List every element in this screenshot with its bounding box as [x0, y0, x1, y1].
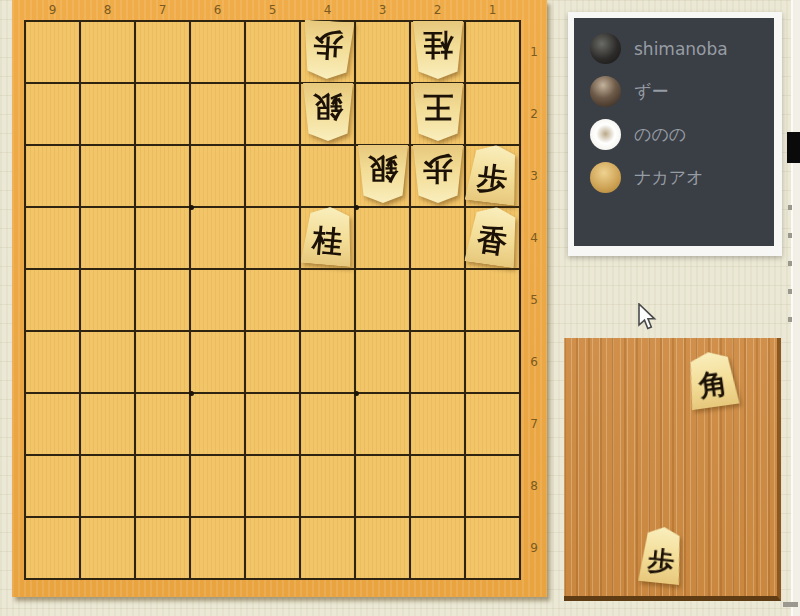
star-point [354, 391, 359, 396]
board-cell-9-1[interactable] [26, 22, 79, 82]
hand-piece-bishop[interactable]: 角 [684, 349, 739, 410]
piece-sente-pawn-13[interactable]: 歩 [468, 145, 518, 203]
user-avatar [590, 76, 621, 107]
user-name: ずー [634, 80, 668, 103]
board-cell-7-5[interactable] [136, 270, 189, 330]
board-cell-6-1[interactable] [191, 22, 244, 82]
file-label: 8 [81, 2, 134, 18]
user-row-nakaao[interactable]: ナカアオ [590, 162, 774, 193]
board-cell-8-7[interactable] [81, 394, 134, 454]
user-name: ナカアオ [634, 166, 704, 189]
board-cell-5-6[interactable] [246, 332, 299, 392]
board-cell-6-8[interactable] [191, 456, 244, 516]
board-cell-6-2[interactable] [191, 84, 244, 144]
board-cell-8-9[interactable] [81, 518, 134, 578]
file-label: 7 [136, 2, 189, 18]
piece-kanji: 歩 [423, 145, 453, 184]
board-cell-8-4[interactable] [81, 208, 134, 268]
board-cell-4-3[interactable] [301, 146, 354, 206]
right-edge-dashes [788, 205, 792, 335]
board-cell-2-7[interactable] [411, 394, 464, 454]
board-cell-7-7[interactable] [136, 394, 189, 454]
board-cell-1-1[interactable] [466, 22, 519, 82]
board-cell-4-6[interactable] [301, 332, 354, 392]
board-cell-9-4[interactable] [26, 208, 79, 268]
board-cell-6-6[interactable] [191, 332, 244, 392]
board-cell-8-8[interactable] [81, 456, 134, 516]
board-cell-9-3[interactable] [26, 146, 79, 206]
board-cell-3-2[interactable] [356, 84, 409, 144]
piece-gote-knight-21[interactable]: 桂 [413, 21, 463, 79]
rank-label: 3 [523, 146, 545, 206]
piece-gote-king-22[interactable]: 王 [413, 83, 463, 141]
board-cell-3-4[interactable] [356, 208, 409, 268]
rank-label: 7 [523, 394, 545, 454]
board-cell-3-1[interactable] [356, 22, 409, 82]
piece-sente-lance-14[interactable]: 香 [468, 207, 518, 265]
file-label: 2 [411, 2, 464, 18]
board-cell-4-7[interactable] [301, 394, 354, 454]
board-cell-5-5[interactable] [246, 270, 299, 330]
piece-kanji: 王 [423, 83, 453, 122]
user-row-nonono[interactable]: ののの [590, 119, 774, 150]
piece-kanji: 香 [474, 224, 509, 267]
board-cell-6-3[interactable] [191, 146, 244, 206]
board-cell-4-9[interactable] [301, 518, 354, 578]
board-cell-9-8[interactable] [26, 456, 79, 516]
participants-panel: shimanoba ずー ののの ナカアオ [568, 12, 782, 256]
board-cell-1-2[interactable] [466, 84, 519, 144]
board-cell-7-3[interactable] [136, 146, 189, 206]
user-avatar [590, 33, 621, 64]
board-cell-1-6[interactable] [466, 332, 519, 392]
board-cell-9-2[interactable] [26, 84, 79, 144]
mouse-cursor [637, 303, 657, 333]
piece-kanji: 歩 [474, 162, 509, 204]
piece-kanji: 銀 [313, 83, 343, 122]
star-point [189, 205, 194, 210]
board-cell-1-9[interactable] [466, 518, 519, 578]
file-label: 6 [191, 2, 244, 18]
board-cell-5-8[interactable] [246, 456, 299, 516]
board-cell-3-6[interactable] [356, 332, 409, 392]
user-avatar [590, 162, 621, 193]
file-label: 9 [26, 2, 79, 18]
rank-label: 8 [523, 456, 545, 516]
board-cell-8-1[interactable] [81, 22, 134, 82]
board-cell-9-5[interactable] [26, 270, 79, 330]
shogi-board[interactable]: 987654321 123456789 歩桂銀王銀歩歩香桂 [12, 0, 547, 597]
right-edge-black-bar [787, 132, 800, 163]
board-cell-7-4[interactable] [136, 208, 189, 268]
board-cell-1-8[interactable] [466, 456, 519, 516]
hand-piece-pawn[interactable]: 歩 [638, 525, 685, 585]
rank-label: 4 [523, 208, 545, 268]
board-cell-5-4[interactable] [246, 208, 299, 268]
file-label: 5 [246, 2, 299, 18]
file-label: 1 [466, 2, 519, 18]
piece-gote-pawn-23[interactable]: 歩 [413, 145, 463, 203]
board-cell-5-9[interactable] [246, 518, 299, 578]
piece-kanji: 銀 [368, 145, 398, 184]
board-cell-6-5[interactable] [191, 270, 244, 330]
right-edge-strip [791, 0, 800, 616]
board-cell-3-7[interactable] [356, 394, 409, 454]
board-cell-1-5[interactable] [466, 270, 519, 330]
board-cell-7-9[interactable] [136, 518, 189, 578]
rank-label: 9 [523, 518, 545, 578]
rank-label: 6 [523, 332, 545, 392]
board-cell-2-9[interactable] [411, 518, 464, 578]
board-cell-7-6[interactable] [136, 332, 189, 392]
file-label: 3 [356, 2, 409, 18]
board-cell-7-8[interactable] [136, 456, 189, 516]
board-cell-2-5[interactable] [411, 270, 464, 330]
board-cell-5-7[interactable] [246, 394, 299, 454]
board-cell-4-5[interactable] [301, 270, 354, 330]
board-cell-6-7[interactable] [191, 394, 244, 454]
user-name: ののの [634, 123, 686, 146]
piece-gote-silver-33[interactable]: 銀 [358, 145, 408, 203]
rank-label: 1 [523, 22, 545, 82]
piece-kanji: 角 [697, 369, 730, 409]
participants-list: shimanoba ずー ののの ナカアオ [574, 18, 774, 246]
user-name: shimanoba [634, 39, 728, 59]
board-cell-8-2[interactable] [81, 84, 134, 144]
board-cell-5-1[interactable] [246, 22, 299, 82]
board-cell-3-5[interactable] [356, 270, 409, 330]
board-cell-9-6[interactable] [26, 332, 79, 392]
board-cell-8-5[interactable] [81, 270, 134, 330]
piece-kanji: 歩 [646, 547, 676, 585]
user-avatar [590, 119, 621, 150]
board-cell-5-2[interactable] [246, 84, 299, 144]
piece-sente-knight-44[interactable]: 桂 [303, 207, 353, 265]
piece-gote-pawn-41[interactable]: 歩 [303, 21, 353, 79]
bottom-right-mark [783, 602, 798, 607]
board-cell-2-4[interactable] [411, 208, 464, 268]
board-cell-6-4[interactable] [191, 208, 244, 268]
rank-label: 2 [523, 84, 545, 144]
file-label: 4 [301, 2, 354, 18]
board-cell-7-2[interactable] [136, 84, 189, 144]
board-cell-3-9[interactable] [356, 518, 409, 578]
piece-kanji: 桂 [310, 225, 343, 266]
board-cell-6-9[interactable] [191, 518, 244, 578]
board-cell-7-1[interactable] [136, 22, 189, 82]
user-row-zuu[interactable]: ずー [590, 76, 774, 107]
user-row-shimanoba[interactable]: shimanoba [590, 33, 774, 64]
board-cell-3-8[interactable] [356, 456, 409, 516]
rank-label: 5 [523, 270, 545, 330]
board-cell-8-3[interactable] [81, 146, 134, 206]
board-cell-9-7[interactable] [26, 394, 79, 454]
board-cell-9-9[interactable] [26, 518, 79, 578]
board-cell-4-8[interactable] [301, 456, 354, 516]
star-point [354, 205, 359, 210]
board-cell-1-7[interactable] [466, 394, 519, 454]
piece-gote-silver-42[interactable]: 銀 [303, 83, 353, 141]
board-cell-2-8[interactable] [411, 456, 464, 516]
board-cell-8-6[interactable] [81, 332, 134, 392]
star-point [189, 391, 194, 396]
piece-kanji: 桂 [423, 21, 453, 60]
board-cell-5-3[interactable] [246, 146, 299, 206]
board-cell-2-6[interactable] [411, 332, 464, 392]
piece-kanji: 歩 [312, 20, 344, 61]
